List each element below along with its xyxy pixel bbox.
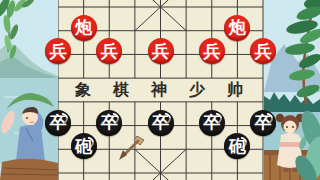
river-title-char: 象 bbox=[75, 80, 91, 101]
piece-glyph: 卒 bbox=[50, 114, 67, 131]
piece-black-soldier-f9r7[interactable]: 卒 bbox=[250, 110, 276, 136]
piece-red-cannon-f8r3[interactable]: 炮 bbox=[224, 15, 250, 41]
piece-glyph: 卒 bbox=[101, 114, 118, 131]
piece-glyph: 兵 bbox=[255, 43, 272, 60]
river-title-char: 少 bbox=[189, 80, 205, 101]
arrow-cursor-icon bbox=[116, 135, 146, 163]
river-title-char: 棋 bbox=[113, 80, 129, 101]
piece-black-soldier-f3r7[interactable]: 卒 bbox=[96, 110, 122, 136]
piece-glyph: 炮 bbox=[229, 19, 246, 36]
xiangqi-thumbnail: 象棋神少帅 炮炮兵兵兵兵兵卒卒卒卒卒砲砲 bbox=[0, 0, 320, 180]
river-title-char: 神 bbox=[151, 80, 167, 101]
left-scenery bbox=[0, 0, 58, 180]
piece-black-soldier-f7r7[interactable]: 卒 bbox=[199, 110, 225, 136]
piece-glyph: 兵 bbox=[203, 43, 220, 60]
piece-glyph: 卒 bbox=[203, 114, 220, 131]
piece-black-cannon-f2r8[interactable]: 砲 bbox=[71, 133, 97, 159]
piece-glyph: 砲 bbox=[229, 138, 246, 155]
piece-glyph: 炮 bbox=[75, 19, 92, 36]
river-title-char: 帅 bbox=[227, 80, 243, 101]
piece-black-soldier-f1r7[interactable]: 卒 bbox=[45, 110, 71, 136]
boat bbox=[0, 159, 58, 180]
piece-glyph: 卒 bbox=[255, 114, 272, 131]
piece-glyph: 砲 bbox=[75, 138, 92, 155]
piece-glyph: 兵 bbox=[152, 43, 169, 60]
piece-glyph: 卒 bbox=[152, 114, 169, 131]
piece-black-soldier-f5r7[interactable]: 卒 bbox=[148, 110, 174, 136]
piece-glyph: 兵 bbox=[50, 43, 67, 60]
piece-red-soldier-f7r4[interactable]: 兵 bbox=[199, 38, 225, 64]
piece-glyph: 兵 bbox=[101, 43, 118, 60]
piece-red-cannon-f2r3[interactable]: 炮 bbox=[71, 15, 97, 41]
piece-red-soldier-f5r4[interactable]: 兵 bbox=[148, 38, 174, 64]
right-scenery bbox=[264, 0, 320, 180]
